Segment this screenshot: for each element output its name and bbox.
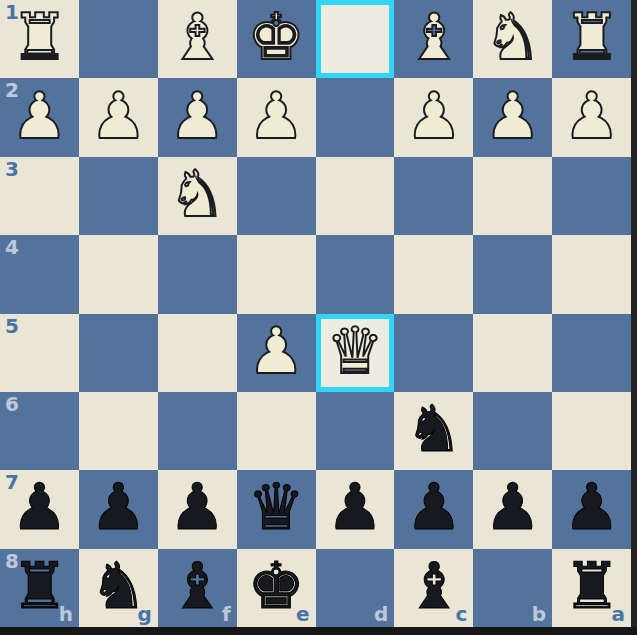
square-e7[interactable]: ♛ <box>237 470 316 548</box>
board-right-edge <box>631 0 637 635</box>
square-b8[interactable]: b <box>473 549 552 627</box>
black-queen[interactable]: ♛ <box>247 475 304 539</box>
square-g4[interactable] <box>79 235 158 313</box>
square-c8[interactable]: c♝ <box>394 549 473 627</box>
square-a1[interactable]: ♜ <box>552 0 631 78</box>
square-g3[interactable] <box>79 157 158 235</box>
square-a6[interactable] <box>552 392 631 470</box>
black-king[interactable]: ♚ <box>247 554 304 618</box>
file-label-b: b <box>532 603 546 625</box>
square-c5[interactable] <box>394 314 473 392</box>
white-queen[interactable]: ♛ <box>326 319 383 383</box>
white-pawn[interactable]: ♟ <box>247 84 304 148</box>
square-h7[interactable]: 7♟ <box>0 470 79 548</box>
square-b1[interactable]: ♞ <box>473 0 552 78</box>
square-d2[interactable] <box>316 78 395 156</box>
rank-label-3: 3 <box>5 158 19 180</box>
square-h3[interactable]: 3 <box>0 157 79 235</box>
square-a8[interactable]: a♜ <box>552 549 631 627</box>
square-g1[interactable] <box>79 0 158 78</box>
square-a7[interactable]: ♟ <box>552 470 631 548</box>
white-pawn[interactable]: ♟ <box>90 84 147 148</box>
square-e4[interactable] <box>237 235 316 313</box>
square-d1[interactable] <box>316 0 395 78</box>
square-a3[interactable] <box>552 157 631 235</box>
black-rook[interactable]: ♜ <box>563 554 620 618</box>
square-h4[interactable]: 4 <box>0 235 79 313</box>
square-f8[interactable]: f♝ <box>158 549 237 627</box>
black-pawn[interactable]: ♟ <box>169 475 226 539</box>
square-f2[interactable]: ♟ <box>158 78 237 156</box>
square-e6[interactable] <box>237 392 316 470</box>
black-knight[interactable]: ♞ <box>90 554 147 618</box>
chess-app: 1♜♝♚♝♞♜2♟♟♟♟♟♟♟3♞45♟♛6♞7♟♟♟♛♟♟♟♟8h♜g♞f♝e… <box>0 0 637 635</box>
square-c1[interactable]: ♝ <box>394 0 473 78</box>
square-f6[interactable] <box>158 392 237 470</box>
square-e5[interactable]: ♟ <box>237 314 316 392</box>
square-f7[interactable]: ♟ <box>158 470 237 548</box>
square-b2[interactable]: ♟ <box>473 78 552 156</box>
white-bishop[interactable]: ♝ <box>169 5 226 69</box>
square-e8[interactable]: e♚ <box>237 549 316 627</box>
black-pawn[interactable]: ♟ <box>405 475 462 539</box>
square-h1[interactable]: 1♜ <box>0 0 79 78</box>
white-knight[interactable]: ♞ <box>484 5 541 69</box>
square-d4[interactable] <box>316 235 395 313</box>
white-bishop[interactable]: ♝ <box>405 5 462 69</box>
square-f3[interactable]: ♞ <box>158 157 237 235</box>
square-b7[interactable]: ♟ <box>473 470 552 548</box>
square-c3[interactable] <box>394 157 473 235</box>
square-g6[interactable] <box>79 392 158 470</box>
square-a2[interactable]: ♟ <box>552 78 631 156</box>
square-d3[interactable] <box>316 157 395 235</box>
rank-label-5: 5 <box>5 315 19 337</box>
white-pawn[interactable]: ♟ <box>169 84 226 148</box>
square-e2[interactable]: ♟ <box>237 78 316 156</box>
square-c4[interactable] <box>394 235 473 313</box>
square-a4[interactable] <box>552 235 631 313</box>
square-d6[interactable] <box>316 392 395 470</box>
square-g5[interactable] <box>79 314 158 392</box>
square-d8[interactable]: d <box>316 549 395 627</box>
black-rook[interactable]: ♜ <box>11 554 68 618</box>
rank-label-4: 4 <box>5 236 19 258</box>
square-h6[interactable]: 6 <box>0 392 79 470</box>
white-pawn[interactable]: ♟ <box>484 84 541 148</box>
chess-board: 1♜♝♚♝♞♜2♟♟♟♟♟♟♟3♞45♟♛6♞7♟♟♟♛♟♟♟♟8h♜g♞f♝e… <box>0 0 631 627</box>
white-rook[interactable]: ♜ <box>563 5 620 69</box>
square-b4[interactable] <box>473 235 552 313</box>
black-pawn[interactable]: ♟ <box>484 475 541 539</box>
black-bishop[interactable]: ♝ <box>169 554 226 618</box>
square-f1[interactable]: ♝ <box>158 0 237 78</box>
rank-label-6: 6 <box>5 393 19 415</box>
white-king[interactable]: ♚ <box>247 5 304 69</box>
square-g7[interactable]: ♟ <box>79 470 158 548</box>
square-h2[interactable]: 2♟ <box>0 78 79 156</box>
white-pawn[interactable]: ♟ <box>247 319 304 383</box>
square-g8[interactable]: g♞ <box>79 549 158 627</box>
black-bishop[interactable]: ♝ <box>405 554 462 618</box>
square-b6[interactable] <box>473 392 552 470</box>
square-b3[interactable] <box>473 157 552 235</box>
square-c7[interactable]: ♟ <box>394 470 473 548</box>
black-pawn[interactable]: ♟ <box>326 475 383 539</box>
file-label-d: d <box>374 603 388 625</box>
white-rook[interactable]: ♜ <box>11 5 68 69</box>
square-h8[interactable]: 8h♜ <box>0 549 79 627</box>
square-e3[interactable] <box>237 157 316 235</box>
white-pawn[interactable]: ♟ <box>405 84 462 148</box>
white-pawn[interactable]: ♟ <box>11 84 68 148</box>
black-pawn[interactable]: ♟ <box>563 475 620 539</box>
square-c6[interactable]: ♞ <box>394 392 473 470</box>
white-pawn[interactable]: ♟ <box>563 84 620 148</box>
square-d5[interactable]: ♛ <box>316 314 395 392</box>
square-a5[interactable] <box>552 314 631 392</box>
board-bottom-edge <box>0 627 637 635</box>
square-e1[interactable]: ♚ <box>237 0 316 78</box>
square-f5[interactable] <box>158 314 237 392</box>
black-knight[interactable]: ♞ <box>405 397 462 461</box>
black-pawn[interactable]: ♟ <box>90 475 147 539</box>
square-f4[interactable] <box>158 235 237 313</box>
white-knight[interactable]: ♞ <box>169 162 226 226</box>
square-b5[interactable] <box>473 314 552 392</box>
square-g2[interactable]: ♟ <box>79 78 158 156</box>
square-c2[interactable]: ♟ <box>394 78 473 156</box>
square-h5[interactable]: 5 <box>0 314 79 392</box>
black-pawn[interactable]: ♟ <box>11 475 68 539</box>
square-d7[interactable]: ♟ <box>316 470 395 548</box>
